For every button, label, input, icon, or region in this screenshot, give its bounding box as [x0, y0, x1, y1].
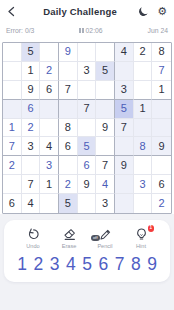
cell-r4c2[interactable]: 6: [22, 100, 41, 119]
numpad-5[interactable]: 5: [79, 255, 95, 274]
cell-r1c7[interactable]: 4: [115, 43, 134, 62]
hint-button[interactable]: 1 Hint: [129, 227, 153, 249]
cell-r4c1[interactable]: [3, 100, 22, 119]
numpad-6[interactable]: 6: [95, 255, 111, 274]
hint-bulb-icon: [134, 227, 149, 242]
cell-r7c2[interactable]: [22, 156, 41, 175]
cell-r6c9[interactable]: 9: [152, 137, 171, 156]
erase-button[interactable]: Erase: [57, 227, 81, 249]
cell-r7c1[interactable]: 2: [3, 156, 22, 175]
cell-r6c8[interactable]: 8: [134, 137, 153, 156]
cell-r7c9[interactable]: [152, 156, 171, 175]
status-bar: Error: 0/3 02:06 Jun 24: [0, 22, 174, 39]
cell-r4c9[interactable]: [152, 100, 171, 119]
numpad-8[interactable]: 8: [128, 255, 144, 274]
cell-r9c9[interactable]: 2: [152, 194, 171, 213]
top-bar: Daily Challenge ⚙: [0, 0, 174, 22]
cell-r2c4[interactable]: [59, 62, 78, 81]
cell-r6c4[interactable]: 6: [59, 137, 78, 156]
cell-r9c8[interactable]: [134, 194, 153, 213]
numpad-1[interactable]: 1: [14, 255, 30, 274]
cell-r1c4[interactable]: 9: [59, 43, 78, 62]
date-label: Jun 24: [148, 27, 168, 34]
sudoku-grid: 5942812357967316751128977346589236797129…: [2, 42, 172, 214]
cell-r4c3[interactable]: [40, 100, 59, 119]
board-area: 5942812357967316751128977346589236797129…: [0, 39, 174, 214]
timer[interactable]: 02:06: [79, 27, 102, 34]
cell-r1c3[interactable]: [40, 43, 59, 62]
cell-r4c7[interactable]: 5: [115, 100, 134, 119]
numpad-7[interactable]: 7: [112, 255, 128, 274]
cell-r5c3[interactable]: [40, 119, 59, 138]
cell-r1c1[interactable]: [3, 43, 22, 62]
dark-mode-icon[interactable]: [138, 5, 149, 16]
toolbar: Undo Erase off Pencil: [13, 227, 161, 249]
cell-r4c5[interactable]: 7: [78, 100, 97, 119]
cell-r2c6[interactable]: 5: [96, 62, 115, 81]
cell-r7c6[interactable]: 7: [96, 156, 115, 175]
error-counter: Error: 0/3: [6, 27, 34, 34]
cell-r5c2[interactable]: 2: [22, 119, 41, 138]
cell-r3c9[interactable]: 1: [152, 81, 171, 100]
cell-r2c2[interactable]: 1: [22, 62, 41, 81]
cell-r3c5[interactable]: [78, 81, 97, 100]
cell-r2c7[interactable]: [115, 62, 134, 81]
cell-r3c2[interactable]: 9: [22, 81, 41, 100]
cell-r9c3[interactable]: [40, 194, 59, 213]
numpad-9[interactable]: 9: [144, 255, 160, 274]
pencil-button[interactable]: off Pencil: [93, 227, 117, 249]
cell-r7c5[interactable]: 6: [78, 156, 97, 175]
pencil-label: Pencil: [97, 243, 112, 249]
cell-r5c1[interactable]: 1: [3, 119, 22, 138]
cell-r8c1[interactable]: [3, 175, 22, 194]
number-pad: 123456789: [13, 255, 161, 274]
cell-r5c6[interactable]: 9: [96, 119, 115, 138]
cell-r5c4[interactable]: 8: [59, 119, 78, 138]
erase-icon: [62, 227, 77, 242]
cell-r6c6[interactable]: [96, 137, 115, 156]
erase-label: Erase: [62, 243, 77, 249]
cell-r3c7[interactable]: 3: [115, 81, 134, 100]
cell-r2c9[interactable]: 7: [152, 62, 171, 81]
cell-r2c5[interactable]: 3: [78, 62, 97, 81]
cell-r1c2[interactable]: 5: [22, 43, 41, 62]
cell-r5c8[interactable]: [134, 119, 153, 138]
cell-r6c2[interactable]: 3: [22, 137, 41, 156]
timer-value: 02:06: [86, 27, 103, 34]
cell-r8c9[interactable]: 6: [152, 175, 171, 194]
cell-r1c6[interactable]: [96, 43, 115, 62]
cell-r5c7[interactable]: 7: [115, 119, 134, 138]
cell-r8c4[interactable]: 2: [59, 175, 78, 194]
cell-r2c8[interactable]: [134, 62, 153, 81]
cell-r6c7[interactable]: [115, 137, 134, 156]
cell-r7c4[interactable]: [59, 156, 78, 175]
cell-r6c5[interactable]: 5: [78, 137, 97, 156]
cell-r3c4[interactable]: 7: [59, 81, 78, 100]
cell-r8c2[interactable]: 7: [22, 175, 41, 194]
cell-r4c4[interactable]: [59, 100, 78, 119]
cell-r9c2[interactable]: 4: [22, 194, 41, 213]
cell-r9c7[interactable]: [115, 194, 134, 213]
cell-r8c5[interactable]: 9: [78, 175, 97, 194]
cell-r4c6[interactable]: [96, 100, 115, 119]
cell-r3c8[interactable]: [134, 81, 153, 100]
undo-label: Undo: [26, 243, 39, 249]
pencil-icon: [98, 227, 113, 242]
cell-r9c4[interactable]: 5: [59, 194, 78, 213]
hint-label: Hint: [136, 243, 146, 249]
cell-r1c5[interactable]: [78, 43, 97, 62]
cell-r8c7[interactable]: [115, 175, 134, 194]
pencil-off-badge: off: [91, 235, 100, 241]
cell-r9c6[interactable]: 3: [96, 194, 115, 213]
numpad-2[interactable]: 2: [30, 255, 46, 274]
cell-r4c8[interactable]: 1: [134, 100, 153, 119]
hint-count-badge: 1: [148, 225, 155, 232]
cell-r7c8[interactable]: [134, 156, 153, 175]
controls-card: Undo Erase off Pencil: [4, 220, 170, 282]
cell-r8c6[interactable]: 4: [96, 175, 115, 194]
pause-icon[interactable]: [79, 28, 83, 34]
cell-r1c9[interactable]: 8: [152, 43, 171, 62]
cell-r5c5[interactable]: [78, 119, 97, 138]
cell-r3c3[interactable]: 6: [40, 81, 59, 100]
undo-button[interactable]: Undo: [21, 227, 45, 249]
cell-r3c1[interactable]: [3, 81, 22, 100]
cell-r2c3[interactable]: 2: [40, 62, 59, 81]
cell-r6c1[interactable]: 7: [3, 137, 22, 156]
cell-r8c3[interactable]: 1: [40, 175, 59, 194]
cell-r3c6[interactable]: [96, 81, 115, 100]
cell-r8c8[interactable]: 3: [134, 175, 153, 194]
back-chevron-icon: [7, 6, 16, 17]
cell-r2c1[interactable]: [3, 62, 22, 81]
settings-gear-icon[interactable]: ⚙: [157, 6, 167, 17]
bottom-section: Undo Erase off Pencil: [0, 214, 174, 310]
numpad-3[interactable]: 3: [47, 255, 63, 274]
cell-r7c7[interactable]: 9: [115, 156, 134, 175]
cell-r9c1[interactable]: 6: [3, 194, 22, 213]
cell-r7c3[interactable]: 3: [40, 156, 59, 175]
back-button[interactable]: [7, 6, 21, 17]
cell-r6c3[interactable]: 4: [40, 137, 59, 156]
numpad-4[interactable]: 4: [63, 255, 79, 274]
cell-r1c8[interactable]: 2: [134, 43, 153, 62]
page-title: Daily Challenge: [43, 6, 117, 17]
undo-icon: [26, 227, 41, 242]
cell-r5c9[interactable]: [152, 119, 171, 138]
cell-r9c5[interactable]: [78, 194, 97, 213]
